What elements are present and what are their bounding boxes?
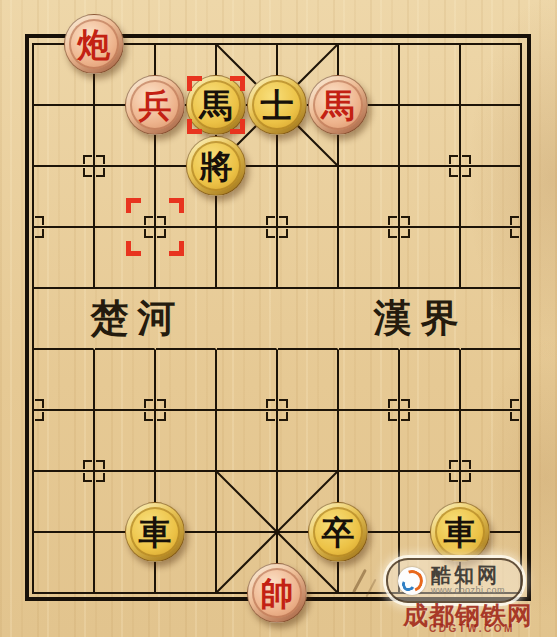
river-label-left: 楚河 [82, 293, 185, 344]
xiangqi-game-screen: 楚河 漢界 炮兵馬士馬將車卒車帥 酷知网 www.coozhi.com 成都钢铁… [0, 0, 557, 637]
board-cell [461, 45, 522, 106]
piece-face: 卒 [313, 507, 363, 557]
black-chariot-right-piece[interactable]: 車 [430, 502, 490, 562]
point-marker [262, 395, 292, 425]
piece-face: 車 [130, 507, 180, 557]
red-soldier-piece[interactable]: 兵 [125, 75, 185, 135]
board-cell [400, 45, 461, 106]
point-marker [18, 395, 48, 425]
coozhi-logo-icon [398, 567, 426, 595]
point-marker [384, 395, 414, 425]
piece-face: 兵 [130, 80, 180, 130]
watermark-site-url: www.coozhi.com [431, 586, 505, 595]
board-cell [34, 533, 95, 594]
point-marker [445, 151, 475, 181]
point-marker [79, 456, 109, 486]
piece-character: 將 [200, 150, 233, 183]
point-marker [506, 395, 536, 425]
board-cell [461, 289, 522, 350]
piece-character: 炮 [78, 28, 111, 61]
piece-face: 將 [191, 141, 241, 191]
black-soldier-piece[interactable]: 卒 [308, 502, 368, 562]
black-chariot-left-piece[interactable]: 車 [125, 502, 185, 562]
point-marker [140, 395, 170, 425]
piece-face: 士 [252, 80, 302, 130]
piece-face: 馬 [313, 80, 363, 130]
point-marker [79, 151, 109, 181]
red-general-piece[interactable]: 帥 [247, 563, 307, 623]
piece-face: 帥 [252, 568, 302, 618]
move-from-marker [126, 198, 184, 256]
point-marker [445, 456, 475, 486]
board-cell [217, 289, 278, 350]
red-cannon-piece[interactable]: 炮 [64, 14, 124, 74]
board-cell [217, 472, 278, 533]
piece-character: 帥 [261, 577, 294, 610]
piece-character: 車 [444, 516, 477, 549]
point-marker [262, 212, 292, 242]
piece-face: 車 [435, 507, 485, 557]
watermark-site-name: 酷知网 [431, 565, 505, 586]
point-marker [506, 212, 536, 242]
black-general-piece[interactable]: 將 [186, 136, 246, 196]
piece-character: 兵 [139, 89, 172, 122]
point-marker [18, 212, 48, 242]
move-to-marker [187, 76, 245, 134]
piece-character: 馬 [322, 89, 355, 122]
piece-face: 炮 [69, 19, 119, 69]
red-horse-piece[interactable]: 馬 [308, 75, 368, 135]
watermark-overlay-url: CDGTW.COM [429, 623, 515, 634]
point-marker [384, 212, 414, 242]
coozhi-watermark-badge: 酷知网 www.coozhi.com [386, 558, 523, 603]
board-cell [278, 289, 339, 350]
piece-character: 卒 [322, 516, 355, 549]
piece-character: 士 [261, 89, 294, 122]
black-advisor-piece[interactable]: 士 [247, 75, 307, 135]
river-label-right: 漢界 [365, 293, 468, 344]
piece-character: 車 [139, 516, 172, 549]
